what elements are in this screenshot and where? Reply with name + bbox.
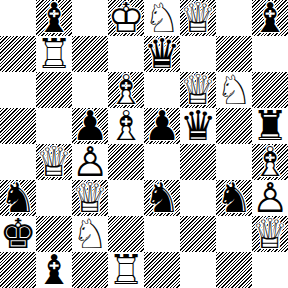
black-knight: ♞♘♞ xyxy=(144,180,180,216)
square-g4[interactable] xyxy=(216,144,252,180)
white-rook-silhouette: ♜ xyxy=(108,252,144,288)
square-a5[interactable] xyxy=(0,108,36,144)
black-king-detail: ♔ xyxy=(0,216,36,252)
white-knight-silhouette: ♞ xyxy=(72,216,108,252)
square-h8[interactable]: ♝♗♝ xyxy=(252,0,288,36)
white-bishop-glyph: ♗ xyxy=(108,108,144,144)
white-rook-silhouette: ♜ xyxy=(36,36,72,72)
black-queen: ♛♕♛ xyxy=(180,108,216,144)
white-rook-glyph: ♖ xyxy=(36,36,72,72)
square-c4[interactable]: ♟♙ xyxy=(72,144,108,180)
white-knight-silhouette: ♞ xyxy=(144,0,180,36)
white-bishop-silhouette: ♝ xyxy=(252,144,288,180)
black-king: ♚♔♚ xyxy=(0,216,36,252)
white-queen-glyph: ♕ xyxy=(36,144,72,180)
black-queen: ♛♕♛ xyxy=(144,36,180,72)
black-pawn-silhouette: ♟ xyxy=(144,108,180,144)
white-knight-glyph: ♘ xyxy=(144,0,180,36)
square-g7[interactable] xyxy=(216,36,252,72)
black-bishop-glyph: ♝ xyxy=(36,0,72,36)
black-bishop: ♝♗♝ xyxy=(252,0,288,36)
square-d6[interactable]: ♝♗ xyxy=(108,72,144,108)
square-f4[interactable] xyxy=(180,144,216,180)
black-bishop-detail: ♗ xyxy=(36,0,72,36)
white-knight-silhouette: ♞ xyxy=(216,72,252,108)
square-e8[interactable]: ♞♘ xyxy=(144,0,180,36)
black-knight-silhouette: ♞ xyxy=(144,180,180,216)
square-b3[interactable] xyxy=(36,180,72,216)
black-rook-detail: ♖ xyxy=(252,108,288,144)
square-a7[interactable] xyxy=(0,36,36,72)
black-pawn: ♟♙♟ xyxy=(72,108,108,144)
square-c1[interactable] xyxy=(72,252,108,288)
black-knight-glyph: ♞ xyxy=(216,180,252,216)
square-f1[interactable] xyxy=(180,252,216,288)
square-a2[interactable]: ♚♔♚ xyxy=(0,216,36,252)
black-knight-glyph: ♞ xyxy=(0,180,36,216)
black-queen-silhouette: ♛ xyxy=(144,36,180,72)
black-rook-silhouette: ♜ xyxy=(252,108,288,144)
square-a8[interactable] xyxy=(0,0,36,36)
square-f6[interactable]: ♛♕ xyxy=(180,72,216,108)
black-rook-glyph: ♜ xyxy=(252,108,288,144)
square-d3[interactable] xyxy=(108,180,144,216)
square-c2[interactable]: ♞♘ xyxy=(72,216,108,252)
black-knight-silhouette: ♞ xyxy=(0,180,36,216)
black-bishop-silhouette: ♝ xyxy=(36,0,72,36)
black-rook: ♜♖♜ xyxy=(252,108,288,144)
square-e7[interactable]: ♛♕♛ xyxy=(144,36,180,72)
square-f5[interactable]: ♛♕♛ xyxy=(180,108,216,144)
square-h2[interactable]: ♛♕ xyxy=(252,216,288,252)
square-a3[interactable]: ♞♘♞ xyxy=(0,180,36,216)
black-bishop-silhouette: ♝ xyxy=(36,252,72,288)
white-knight-glyph: ♘ xyxy=(72,216,108,252)
square-g1[interactable] xyxy=(216,252,252,288)
black-queen-glyph: ♛ xyxy=(180,108,216,144)
black-knight: ♞♘♞ xyxy=(216,180,252,216)
square-g5[interactable] xyxy=(216,108,252,144)
chess-board: ♝♗♝♚♔♞♘♛♕♝♗♝♜♖♛♕♛♝♗♛♕♞♘♟♙♟♝♗♟♙♟♛♕♛♜♖♜♛♕♟… xyxy=(0,0,288,288)
white-pawn-silhouette: ♟ xyxy=(252,180,288,216)
black-knight-detail: ♘ xyxy=(216,180,252,216)
square-b6[interactable] xyxy=(36,72,72,108)
white-queen: ♛♕ xyxy=(36,144,72,180)
square-d4[interactable] xyxy=(108,144,144,180)
square-f3[interactable] xyxy=(180,180,216,216)
white-bishop-silhouette: ♝ xyxy=(108,108,144,144)
white-bishop-glyph: ♗ xyxy=(108,72,144,108)
square-f8[interactable]: ♛♕ xyxy=(180,0,216,36)
black-knight-detail: ♘ xyxy=(144,180,180,216)
square-b8[interactable]: ♝♗♝ xyxy=(36,0,72,36)
white-rook-glyph: ♖ xyxy=(108,252,144,288)
black-bishop-silhouette: ♝ xyxy=(252,0,288,36)
white-queen: ♛♕ xyxy=(180,72,216,108)
square-h6[interactable] xyxy=(252,72,288,108)
white-knight: ♞♘ xyxy=(72,216,108,252)
black-bishop: ♝♗♝ xyxy=(36,0,72,36)
square-g6[interactable]: ♞♘ xyxy=(216,72,252,108)
square-h4[interactable]: ♝♗ xyxy=(252,144,288,180)
white-queen-silhouette: ♛ xyxy=(36,144,72,180)
black-bishop: ♝♗♝ xyxy=(36,252,72,288)
white-king: ♚♔ xyxy=(108,0,144,36)
square-c5[interactable]: ♟♙♟ xyxy=(72,108,108,144)
square-e3[interactable]: ♞♘♞ xyxy=(144,180,180,216)
black-pawn-glyph: ♟ xyxy=(144,108,180,144)
white-queen: ♛♕ xyxy=(72,180,108,216)
square-b4[interactable]: ♛♕ xyxy=(36,144,72,180)
black-pawn-detail: ♙ xyxy=(144,108,180,144)
black-knight-silhouette: ♞ xyxy=(216,180,252,216)
square-c6[interactable] xyxy=(72,72,108,108)
square-e2[interactable] xyxy=(144,216,180,252)
white-queen: ♛♕ xyxy=(252,216,288,252)
white-pawn-glyph: ♙ xyxy=(252,180,288,216)
black-queen-glyph: ♛ xyxy=(144,36,180,72)
black-queen-detail: ♕ xyxy=(180,108,216,144)
square-a6[interactable] xyxy=(0,72,36,108)
white-bishop-silhouette: ♝ xyxy=(108,72,144,108)
square-c7[interactable] xyxy=(72,36,108,72)
square-h5[interactable]: ♜♖♜ xyxy=(252,108,288,144)
white-knight: ♞♘ xyxy=(216,72,252,108)
square-g3[interactable]: ♞♘♞ xyxy=(216,180,252,216)
white-queen-silhouette: ♛ xyxy=(72,180,108,216)
black-pawn-detail: ♙ xyxy=(72,108,108,144)
black-queen-silhouette: ♛ xyxy=(180,108,216,144)
white-queen-silhouette: ♛ xyxy=(252,216,288,252)
square-f2[interactable] xyxy=(180,216,216,252)
black-knight-glyph: ♞ xyxy=(144,180,180,216)
black-king-glyph: ♚ xyxy=(0,216,36,252)
black-pawn-glyph: ♟ xyxy=(72,108,108,144)
white-queen-silhouette: ♛ xyxy=(180,72,216,108)
square-h1[interactable] xyxy=(252,252,288,288)
square-b2[interactable] xyxy=(36,216,72,252)
square-b5[interactable] xyxy=(36,108,72,144)
square-e6[interactable] xyxy=(144,72,180,108)
white-rook: ♜♖ xyxy=(108,252,144,288)
square-b1[interactable]: ♝♗♝ xyxy=(36,252,72,288)
white-king-silhouette: ♚ xyxy=(108,0,144,36)
white-queen-glyph: ♕ xyxy=(252,216,288,252)
square-e5[interactable]: ♟♙♟ xyxy=(144,108,180,144)
square-g8[interactable] xyxy=(216,0,252,36)
square-c8[interactable] xyxy=(72,0,108,36)
white-bishop-glyph: ♗ xyxy=(252,144,288,180)
black-knight-detail: ♘ xyxy=(0,180,36,216)
white-bishop: ♝♗ xyxy=(252,144,288,180)
white-knight-glyph: ♘ xyxy=(216,72,252,108)
square-h7[interactable] xyxy=(252,36,288,72)
white-bishop: ♝♗ xyxy=(108,108,144,144)
white-king-glyph: ♔ xyxy=(108,0,144,36)
white-queen-glyph: ♕ xyxy=(180,0,216,36)
white-pawn-glyph: ♙ xyxy=(72,144,108,180)
square-d5[interactable]: ♝♗ xyxy=(108,108,144,144)
white-knight: ♞♘ xyxy=(144,0,180,36)
black-knight: ♞♘♞ xyxy=(0,180,36,216)
square-d2[interactable] xyxy=(108,216,144,252)
square-b7[interactable]: ♜♖ xyxy=(36,36,72,72)
white-pawn: ♟♙ xyxy=(252,180,288,216)
white-queen-glyph: ♕ xyxy=(180,72,216,108)
square-e4[interactable] xyxy=(144,144,180,180)
square-d7[interactable] xyxy=(108,36,144,72)
square-a1[interactable] xyxy=(0,252,36,288)
square-h3[interactable]: ♟♙ xyxy=(252,180,288,216)
black-queen-detail: ♕ xyxy=(144,36,180,72)
black-king-silhouette: ♚ xyxy=(0,216,36,252)
square-e1[interactable] xyxy=(144,252,180,288)
black-bishop-detail: ♗ xyxy=(36,252,72,288)
square-g2[interactable] xyxy=(216,216,252,252)
black-pawn: ♟♙♟ xyxy=(144,108,180,144)
square-d8[interactable]: ♚♔ xyxy=(108,0,144,36)
white-rook: ♜♖ xyxy=(36,36,72,72)
white-pawn: ♟♙ xyxy=(72,144,108,180)
white-queen-silhouette: ♛ xyxy=(180,0,216,36)
white-pawn-silhouette: ♟ xyxy=(72,144,108,180)
square-f7[interactable] xyxy=(180,36,216,72)
square-a4[interactable] xyxy=(0,144,36,180)
square-d1[interactable]: ♜♖ xyxy=(108,252,144,288)
black-bishop-glyph: ♝ xyxy=(36,252,72,288)
black-pawn-silhouette: ♟ xyxy=(72,108,108,144)
white-bishop: ♝♗ xyxy=(108,72,144,108)
black-bishop-glyph: ♝ xyxy=(252,0,288,36)
black-bishop-detail: ♗ xyxy=(252,0,288,36)
white-queen: ♛♕ xyxy=(180,0,216,36)
white-queen-glyph: ♕ xyxy=(72,180,108,216)
square-c3[interactable]: ♛♕ xyxy=(72,180,108,216)
